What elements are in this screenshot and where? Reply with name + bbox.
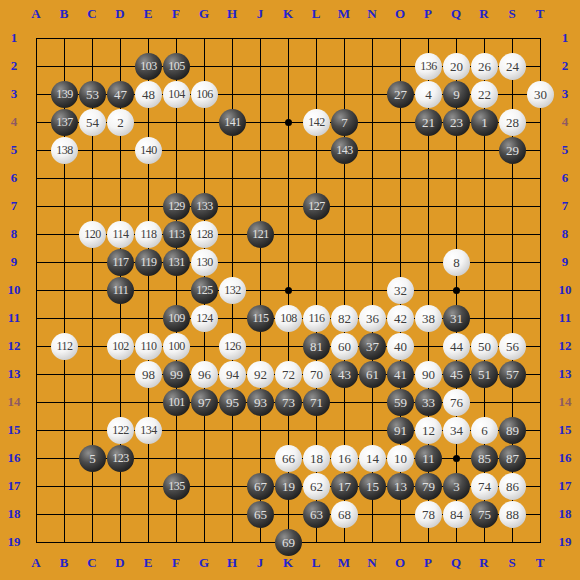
white-stone-36-n11: 36: [359, 305, 386, 332]
stone-number: 97: [198, 395, 211, 411]
stone-number: 109: [168, 311, 185, 326]
white-stone-102-d12: 102: [107, 333, 134, 360]
column-label-n: N: [358, 6, 386, 22]
row-label-7: 7: [551, 198, 579, 214]
black-stone-5-c16: 5: [79, 445, 106, 472]
stone-number: 103: [140, 59, 157, 74]
stone-number: 136: [420, 59, 437, 74]
black-stone-7-m4: 7: [331, 109, 358, 136]
black-stone-73-k14: 73: [275, 389, 302, 416]
stone-number: 74: [478, 479, 491, 495]
stone-number: 111: [113, 283, 129, 298]
white-stone-98-e13: 98: [135, 361, 162, 388]
stone-number: 7: [341, 115, 348, 131]
stone-number: 5: [89, 451, 96, 467]
black-stone-139-b3: 139: [51, 81, 78, 108]
stone-number: 79: [422, 479, 435, 495]
white-stone-136-p2: 136: [415, 53, 442, 80]
black-stone-53-c3: 53: [79, 81, 106, 108]
stone-number: 72: [282, 367, 295, 383]
stone-number: 54: [86, 115, 99, 131]
stone-number: 56: [506, 339, 519, 355]
white-stone-50-r12: 50: [471, 333, 498, 360]
row-label-18: 18: [0, 506, 28, 522]
column-label-q: Q: [442, 6, 470, 22]
stone-number: 92: [254, 367, 267, 383]
white-stone-14-n16: 14: [359, 445, 386, 472]
stone-number: 116: [308, 311, 324, 326]
stone-number: 42: [394, 311, 407, 327]
black-stone-103-e2: 103: [135, 53, 162, 80]
stone-number: 15: [366, 479, 379, 495]
stone-number: 138: [56, 143, 73, 158]
stone-number: 85: [478, 451, 491, 467]
black-stone-65-j18: 65: [247, 501, 274, 528]
row-label-4: 4: [551, 114, 579, 130]
white-stone-28-s4: 28: [499, 109, 526, 136]
star-point-q10: [453, 287, 460, 294]
black-stone-11-p16: 11: [415, 445, 442, 472]
stone-number: 98: [142, 367, 155, 383]
black-stone-143-m5: 143: [331, 137, 358, 164]
row-label-7: 7: [0, 198, 28, 214]
white-stone-24-s2: 24: [499, 53, 526, 80]
white-stone-54-c4: 54: [79, 109, 106, 136]
white-stone-42-o11: 42: [387, 305, 414, 332]
stone-number: 43: [338, 367, 351, 383]
stone-number: 38: [422, 311, 435, 327]
black-stone-59-o14: 59: [387, 389, 414, 416]
white-stone-10-o16: 10: [387, 445, 414, 472]
stone-number: 13: [394, 479, 407, 495]
black-stone-27-o3: 27: [387, 81, 414, 108]
stone-number: 75: [478, 507, 491, 523]
white-stone-72-k13: 72: [275, 361, 302, 388]
stone-number: 139: [56, 87, 73, 102]
white-stone-56-s12: 56: [499, 333, 526, 360]
white-stone-76-q14: 76: [443, 389, 470, 416]
row-label-12: 12: [0, 338, 28, 354]
row-label-14: 14: [551, 394, 579, 410]
black-stone-115-j11: 115: [247, 305, 274, 332]
row-label-1: 1: [551, 30, 579, 46]
stone-number: 106: [196, 87, 213, 102]
stone-number: 9: [453, 87, 460, 103]
stone-number: 131: [168, 255, 185, 270]
stone-number: 67: [254, 479, 267, 495]
white-stone-20-q2: 20: [443, 53, 470, 80]
black-stone-21-p4: 21: [415, 109, 442, 136]
stone-number: 95: [226, 395, 239, 411]
stone-number: 112: [56, 339, 72, 354]
column-label-k: K: [274, 6, 302, 22]
stone-number: 133: [196, 199, 213, 214]
stone-number: 45: [450, 367, 463, 383]
white-stone-62-l17: 62: [303, 473, 330, 500]
column-label-m: M: [330, 555, 358, 571]
stone-number: 102: [112, 339, 129, 354]
star-point-k4: [285, 119, 292, 126]
column-label-j: J: [246, 6, 274, 22]
row-label-17: 17: [551, 478, 579, 494]
row-label-19: 19: [0, 534, 28, 550]
white-stone-122-d15: 122: [107, 417, 134, 444]
row-label-16: 16: [551, 450, 579, 466]
stone-number: 36: [366, 311, 379, 327]
white-stone-140-e5: 140: [135, 137, 162, 164]
stone-number: 32: [394, 283, 407, 299]
stone-number: 134: [140, 423, 157, 438]
stone-number: 108: [280, 311, 297, 326]
stone-number: 40: [394, 339, 407, 355]
black-stone-41-o13: 41: [387, 361, 414, 388]
white-stone-130-g9: 130: [191, 249, 218, 276]
stone-number: 89: [506, 423, 519, 439]
stone-number: 34: [450, 423, 463, 439]
black-stone-29-s5: 29: [499, 137, 526, 164]
stone-number: 21: [422, 115, 435, 131]
stone-number: 86: [506, 479, 519, 495]
column-label-o: O: [386, 555, 414, 571]
stone-number: 122: [112, 423, 129, 438]
row-label-3: 3: [551, 86, 579, 102]
white-stone-6-r15: 6: [471, 417, 498, 444]
column-label-p: P: [414, 555, 442, 571]
black-stone-67-j17: 67: [247, 473, 274, 500]
white-stone-96-g13: 96: [191, 361, 218, 388]
white-stone-18-l16: 18: [303, 445, 330, 472]
white-stone-94-h13: 94: [219, 361, 246, 388]
stone-number: 48: [142, 87, 155, 103]
row-label-11: 11: [0, 310, 28, 326]
stone-number: 14: [366, 451, 379, 467]
white-stone-100-f12: 100: [163, 333, 190, 360]
white-stone-128-g8: 128: [191, 221, 218, 248]
column-label-c: C: [78, 555, 106, 571]
white-stone-38-p11: 38: [415, 305, 442, 332]
black-stone-37-n12: 37: [359, 333, 386, 360]
stone-number: 130: [196, 255, 213, 270]
star-point-k10: [285, 287, 292, 294]
stone-number: 10: [394, 451, 407, 467]
row-label-16: 16: [0, 450, 28, 466]
stone-number: 70: [310, 367, 323, 383]
column-label-l: L: [302, 555, 330, 571]
column-label-n: N: [358, 555, 386, 571]
row-label-5: 5: [0, 142, 28, 158]
white-stone-124-g11: 124: [191, 305, 218, 332]
column-label-b: B: [50, 6, 78, 22]
column-label-q: Q: [442, 555, 470, 571]
column-label-g: G: [190, 6, 218, 22]
white-stone-142-l4: 142: [303, 109, 330, 136]
stone-number: 141: [224, 115, 241, 130]
column-label-e: E: [134, 6, 162, 22]
white-stone-68-m18: 68: [331, 501, 358, 528]
stone-number: 104: [168, 87, 185, 102]
column-label-b: B: [50, 555, 78, 571]
black-stone-123-d16: 123: [107, 445, 134, 472]
black-stone-1-r4: 1: [471, 109, 498, 136]
stone-number: 71: [310, 395, 323, 411]
stone-number: 137: [56, 115, 73, 130]
white-stone-114-d8: 114: [107, 221, 134, 248]
stone-number: 100: [168, 339, 185, 354]
white-stone-90-p13: 90: [415, 361, 442, 388]
white-stone-66-k16: 66: [275, 445, 302, 472]
black-stone-81-l12: 81: [303, 333, 330, 360]
stone-number: 51: [478, 367, 491, 383]
black-stone-101-f14: 101: [163, 389, 190, 416]
stone-number: 99: [170, 367, 183, 383]
stone-number: 73: [282, 395, 295, 411]
black-stone-57-s13: 57: [499, 361, 526, 388]
stone-number: 76: [450, 395, 463, 411]
stone-number: 124: [196, 311, 213, 326]
row-label-11: 11: [551, 310, 579, 326]
column-label-e: E: [134, 555, 162, 571]
white-stone-126-h12: 126: [219, 333, 246, 360]
stone-number: 94: [226, 367, 239, 383]
white-stone-118-e8: 118: [135, 221, 162, 248]
row-label-3: 3: [0, 86, 28, 102]
row-label-13: 13: [551, 366, 579, 382]
stone-number: 123: [112, 451, 129, 466]
stone-number: 62: [310, 479, 323, 495]
stone-number: 127: [308, 199, 325, 214]
row-label-19: 19: [551, 534, 579, 550]
white-stone-8-q9: 8: [443, 249, 470, 276]
stone-number: 69: [282, 535, 295, 551]
white-stone-82-m11: 82: [331, 305, 358, 332]
go-game-diagram: 1234567891011121314151617181920212223242…: [0, 0, 580, 580]
stone-number: 16: [338, 451, 351, 467]
white-stone-40-o12: 40: [387, 333, 414, 360]
column-label-f: F: [162, 555, 190, 571]
black-stone-33-p14: 33: [415, 389, 442, 416]
black-stone-51-r13: 51: [471, 361, 498, 388]
black-stone-91-o15: 91: [387, 417, 414, 444]
row-label-9: 9: [551, 254, 579, 270]
white-stone-132-h10: 132: [219, 277, 246, 304]
stone-number: 68: [338, 507, 351, 523]
white-stone-48-e3: 48: [135, 81, 162, 108]
column-label-m: M: [330, 6, 358, 22]
stone-number: 78: [422, 507, 435, 523]
white-stone-22-r3: 22: [471, 81, 498, 108]
stone-number: 88: [506, 507, 519, 523]
white-stone-78-p18: 78: [415, 501, 442, 528]
stone-number: 24: [506, 59, 519, 75]
column-label-d: D: [106, 6, 134, 22]
stone-number: 105: [168, 59, 185, 74]
stone-number: 50: [478, 339, 491, 355]
black-stone-129-f7: 129: [163, 193, 190, 220]
row-label-17: 17: [0, 478, 28, 494]
stone-number: 115: [252, 311, 268, 326]
stone-number: 140: [140, 143, 157, 158]
white-stone-86-s17: 86: [499, 473, 526, 500]
white-stone-116-l11: 116: [303, 305, 330, 332]
stone-number: 114: [112, 227, 128, 242]
row-label-15: 15: [0, 422, 28, 438]
black-stone-125-g10: 125: [191, 277, 218, 304]
black-stone-93-j14: 93: [247, 389, 274, 416]
white-stone-4-p3: 4: [415, 81, 442, 108]
white-stone-108-k11: 108: [275, 305, 302, 332]
stone-number: 18: [310, 451, 323, 467]
row-label-10: 10: [551, 282, 579, 298]
stone-number: 93: [254, 395, 267, 411]
black-stone-3-q17: 3: [443, 473, 470, 500]
stone-number: 117: [112, 255, 128, 270]
stone-number: 17: [338, 479, 351, 495]
black-stone-111-d10: 111: [107, 277, 134, 304]
row-label-1: 1: [0, 30, 28, 46]
stone-number: 30: [534, 87, 547, 103]
stone-number: 132: [224, 283, 241, 298]
stone-number: 129: [168, 199, 185, 214]
black-stone-13-o17: 13: [387, 473, 414, 500]
black-stone-23-q4: 23: [443, 109, 470, 136]
stone-number: 87: [506, 451, 519, 467]
stone-number: 4: [425, 87, 432, 103]
stone-number: 119: [140, 255, 156, 270]
row-label-6: 6: [551, 170, 579, 186]
stone-number: 57: [506, 367, 519, 383]
row-label-4: 4: [0, 114, 28, 130]
row-label-2: 2: [551, 58, 579, 74]
stone-number: 128: [196, 227, 213, 242]
black-stone-71-l14: 71: [303, 389, 330, 416]
white-stone-16-m16: 16: [331, 445, 358, 472]
stone-number: 3: [453, 479, 460, 495]
column-label-h: H: [218, 555, 246, 571]
black-stone-45-q13: 45: [443, 361, 470, 388]
stone-number: 27: [394, 87, 407, 103]
white-stone-30-t3: 30: [527, 81, 554, 108]
stone-number: 120: [84, 227, 101, 242]
row-label-8: 8: [0, 226, 28, 242]
white-stone-74-r17: 74: [471, 473, 498, 500]
white-stone-120-c8: 120: [79, 221, 106, 248]
black-stone-69-k19: 69: [275, 529, 302, 556]
column-label-s: S: [498, 555, 526, 571]
column-label-j: J: [246, 555, 274, 571]
stone-number: 44: [450, 339, 463, 355]
black-stone-95-h14: 95: [219, 389, 246, 416]
black-stone-133-g7: 133: [191, 193, 218, 220]
black-stone-109-f11: 109: [163, 305, 190, 332]
white-stone-112-b12: 112: [51, 333, 78, 360]
black-stone-137-b4: 137: [51, 109, 78, 136]
row-label-15: 15: [551, 422, 579, 438]
white-stone-84-q18: 84: [443, 501, 470, 528]
stone-number: 41: [394, 367, 407, 383]
black-stone-31-q11: 31: [443, 305, 470, 332]
column-label-t: T: [526, 6, 554, 22]
row-label-5: 5: [551, 142, 579, 158]
black-stone-141-h4: 141: [219, 109, 246, 136]
black-stone-99-f13: 99: [163, 361, 190, 388]
stone-number: 63: [310, 507, 323, 523]
white-stone-106-g3: 106: [191, 81, 218, 108]
stone-number: 23: [450, 115, 463, 131]
black-stone-9-q3: 9: [443, 81, 470, 108]
row-label-9: 9: [0, 254, 28, 270]
column-label-t: T: [526, 555, 554, 571]
row-label-2: 2: [0, 58, 28, 74]
stone-number: 82: [338, 311, 351, 327]
column-label-r: R: [470, 6, 498, 22]
stone-number: 142: [308, 115, 325, 130]
white-stone-70-l13: 70: [303, 361, 330, 388]
stone-number: 12: [422, 423, 435, 439]
stone-number: 33: [422, 395, 435, 411]
stone-number: 143: [336, 143, 353, 158]
black-stone-63-l18: 63: [303, 501, 330, 528]
row-label-12: 12: [551, 338, 579, 354]
black-stone-61-n13: 61: [359, 361, 386, 388]
stone-number: 31: [450, 311, 463, 327]
stone-number: 126: [224, 339, 241, 354]
stone-number: 59: [394, 395, 407, 411]
stone-number: 20: [450, 59, 463, 75]
column-label-s: S: [498, 6, 526, 22]
white-stone-134-e15: 134: [135, 417, 162, 444]
white-stone-138-b5: 138: [51, 137, 78, 164]
black-stone-79-p17: 79: [415, 473, 442, 500]
stone-number: 121: [252, 227, 269, 242]
stone-number: 22: [478, 87, 491, 103]
stone-number: 26: [478, 59, 491, 75]
black-stone-119-e9: 119: [135, 249, 162, 276]
black-stone-105-f2: 105: [163, 53, 190, 80]
stone-number: 11: [422, 451, 435, 467]
black-stone-127-l7: 127: [303, 193, 330, 220]
column-label-l: L: [302, 6, 330, 22]
white-stone-60-m12: 60: [331, 333, 358, 360]
row-label-8: 8: [551, 226, 579, 242]
row-label-13: 13: [0, 366, 28, 382]
column-label-a: A: [22, 555, 50, 571]
white-stone-110-e12: 110: [135, 333, 162, 360]
stone-number: 101: [168, 395, 185, 410]
black-stone-135-f17: 135: [163, 473, 190, 500]
stone-number: 61: [366, 367, 379, 383]
stone-number: 66: [282, 451, 295, 467]
row-label-14: 14: [0, 394, 28, 410]
column-label-a: A: [22, 6, 50, 22]
stone-number: 53: [86, 87, 99, 103]
black-stone-47-d3: 47: [107, 81, 134, 108]
black-stone-121-j8: 121: [247, 221, 274, 248]
white-stone-104-f3: 104: [163, 81, 190, 108]
stone-number: 8: [453, 255, 460, 271]
white-stone-12-p15: 12: [415, 417, 442, 444]
stone-number: 125: [196, 283, 213, 298]
black-stone-131-f9: 131: [163, 249, 190, 276]
column-label-g: G: [190, 555, 218, 571]
white-stone-34-q15: 34: [443, 417, 470, 444]
stone-number: 19: [282, 479, 295, 495]
column-label-o: O: [386, 6, 414, 22]
white-stone-44-q12: 44: [443, 333, 470, 360]
stone-number: 91: [394, 423, 407, 439]
stone-number: 47: [114, 87, 127, 103]
stone-number: 84: [450, 507, 463, 523]
row-label-10: 10: [0, 282, 28, 298]
